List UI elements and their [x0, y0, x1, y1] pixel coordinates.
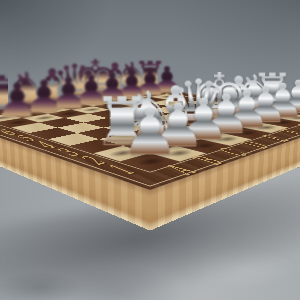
- white-pawn-glyph: ♟: [121, 99, 179, 164]
- chess-board: ♜♞♝♛♚♝♞♜♟♟♟♟♟♟♟♟♜♞♝♛♚♝♞♜♟♟♟♟♟♟♟♟ 1234567…: [0, 87, 300, 190]
- photo-scene: ♜♞♝♛♚♝♞♜♟♟♟♟♟♟♟♟♜♞♝♛♚♝♞♜♟♟♟♟♟♟♟♟ 1234567…: [0, 0, 300, 300]
- black-pawn-glyph: ♟: [0, 77, 39, 125]
